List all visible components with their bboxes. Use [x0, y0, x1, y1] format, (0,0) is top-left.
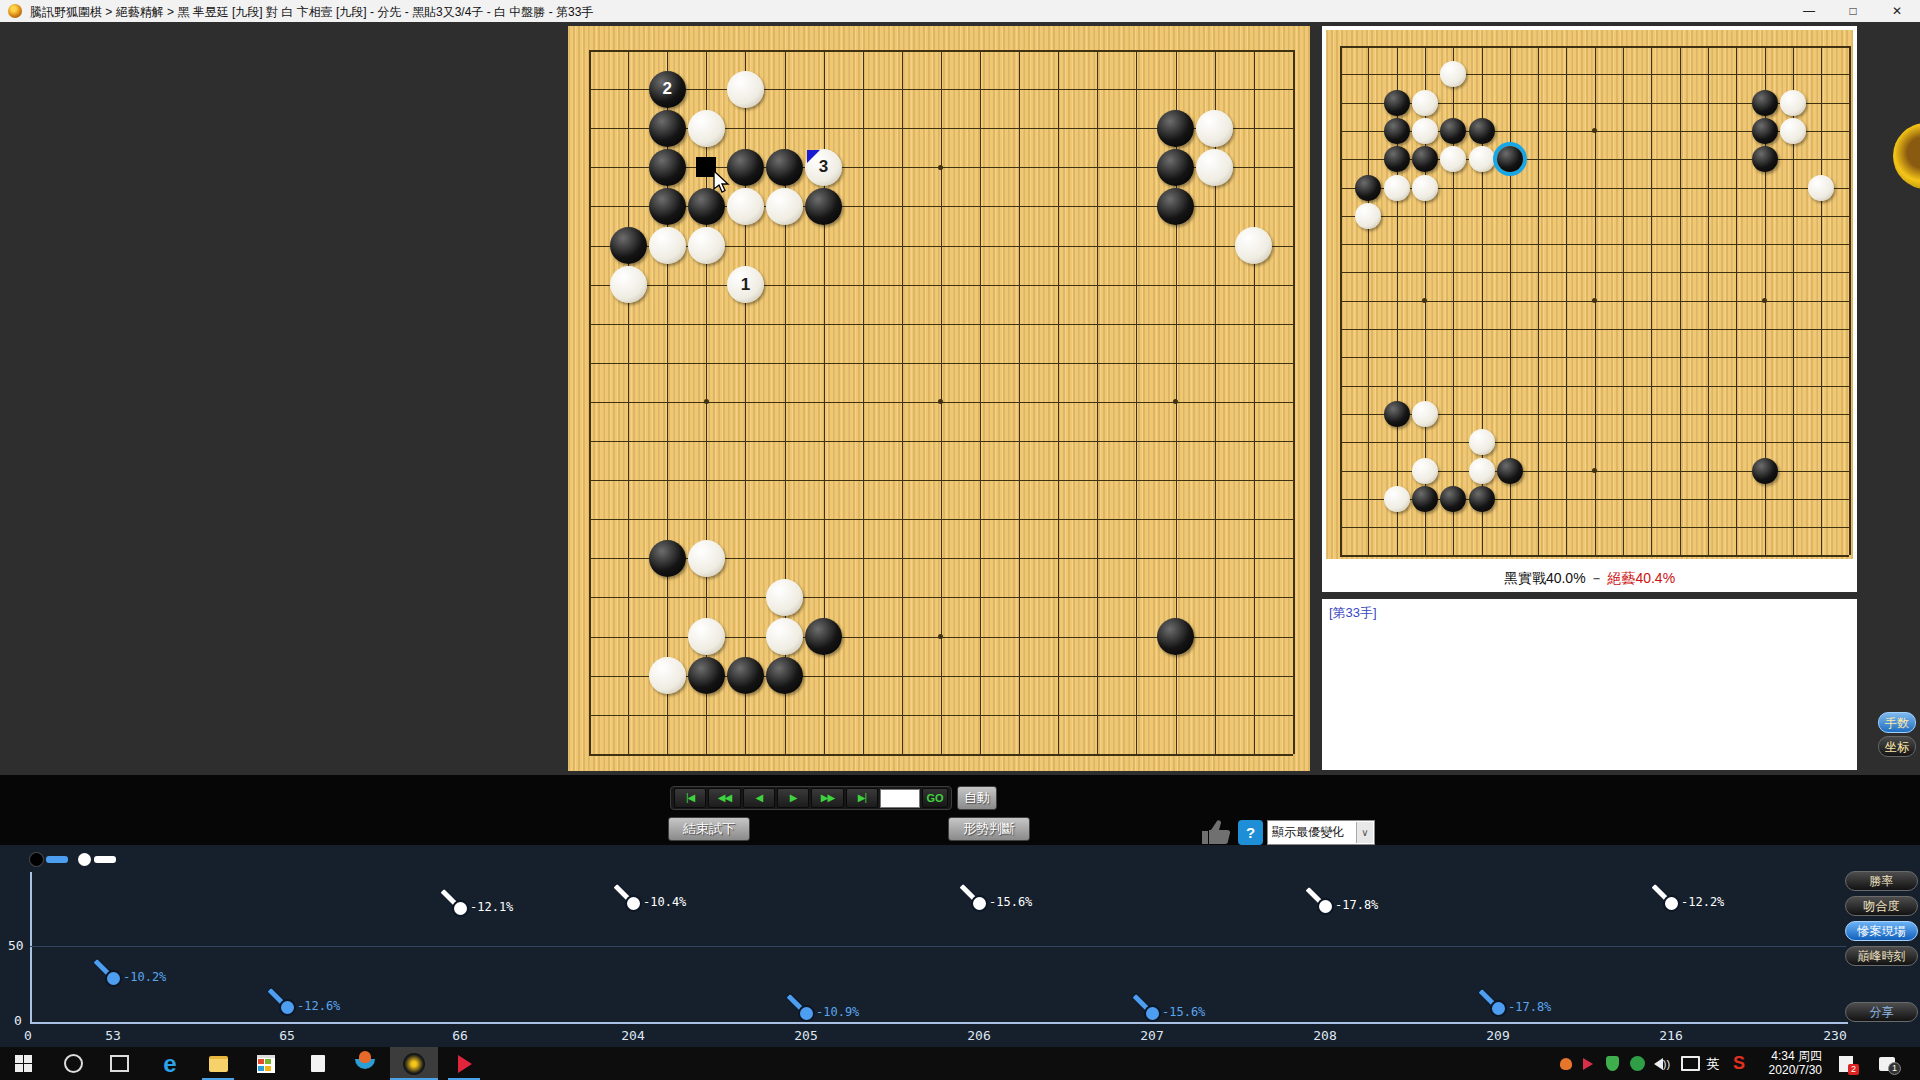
white-stone[interactable]	[1235, 227, 1272, 264]
star-point	[1173, 399, 1178, 404]
grid-line	[1708, 46, 1709, 555]
white-stone[interactable]	[727, 188, 764, 225]
black-stone[interactable]	[1497, 146, 1523, 172]
black-stone[interactable]	[805, 618, 842, 655]
black-stone[interactable]	[649, 540, 686, 577]
pin-label: -10.2%	[123, 970, 166, 984]
winrate-black: 黑實戰40.0%	[1504, 570, 1586, 586]
store-icon[interactable]	[248, 1047, 284, 1080]
star-point	[938, 165, 943, 170]
x-tick-205: 205	[794, 1028, 817, 1043]
x-tick-204: 204	[621, 1028, 644, 1043]
maximize-button[interactable]: □	[1831, 0, 1875, 22]
white-drops-pin-move-208[interactable]	[1317, 898, 1334, 915]
fox-go-app-icon[interactable]	[346, 1047, 384, 1080]
y-tick-0: 0	[14, 1013, 22, 1028]
edge-icon[interactable]: e	[152, 1047, 188, 1080]
graph-tab-巔峰時刻[interactable]: 巔峰時刻	[1845, 946, 1918, 966]
black-drops-pin-move-205[interactable]	[798, 1005, 815, 1022]
tray-video-icon[interactable]	[1578, 1047, 1598, 1080]
black-stone[interactable]	[688, 188, 725, 225]
back-button[interactable]: ◀	[743, 788, 775, 808]
star-point	[1762, 298, 1767, 303]
grid-line	[1097, 50, 1098, 754]
grid-line	[1680, 46, 1681, 555]
black-stone[interactable]	[1469, 486, 1495, 512]
white-stone-move-1[interactable]: 1	[727, 266, 764, 303]
grid-line	[589, 480, 1293, 481]
black-stone[interactable]	[1752, 458, 1778, 484]
grid-line	[1651, 46, 1652, 555]
white-stone[interactable]	[1412, 118, 1438, 144]
graph-tab-吻合度[interactable]: 吻合度	[1845, 896, 1918, 916]
fast-back-button[interactable]: ◀◀	[708, 788, 740, 808]
winrate-readout: 黑實戰40.0% － 絕藝40.4%	[1322, 566, 1857, 592]
pin-label: -12.6%	[297, 999, 340, 1013]
chevron-down-icon: ∨	[1356, 822, 1373, 843]
white-stone[interactable]	[1196, 149, 1233, 186]
end-trial-button[interactable]: 結束試下	[668, 817, 750, 841]
black-drops-pin-move-209[interactable]	[1490, 1000, 1507, 1017]
hand-count-button[interactable]: 手数	[1878, 712, 1916, 733]
star-point	[938, 399, 943, 404]
window-title: 騰訊野狐圍棋 > 絕藝精解 > 黑 芈昱廷 [九段] 對 白 卞相壹 [九段] …	[30, 4, 593, 21]
white-stone-move-3[interactable]: 3	[805, 149, 842, 186]
notes-badge: 2	[1848, 1064, 1859, 1075]
pin-label: -15.6%	[1162, 1005, 1205, 1019]
grid-line	[589, 754, 1293, 756]
variation-dropdown[interactable]: 顯示最優變化 ∨	[1267, 820, 1375, 845]
white-stone[interactable]	[1384, 486, 1410, 512]
move-number: 1	[741, 275, 750, 295]
thumbs-up-icon[interactable]	[1196, 818, 1234, 846]
grid-line	[1058, 50, 1059, 754]
black-stone[interactable]	[1497, 458, 1523, 484]
comment-box: [第33手]	[1322, 599, 1857, 770]
x-tick-216: 216	[1659, 1028, 1682, 1043]
title-bar: 騰訊野狐圍棋 > 絕藝精解 > 黑 芈昱廷 [九段] 對 白 卞相壹 [九段] …	[0, 0, 1920, 23]
star-point	[938, 634, 943, 639]
grid-line	[1254, 50, 1255, 754]
pin-label: -17.8%	[1508, 1000, 1551, 1014]
x-tick-66: 66	[452, 1028, 468, 1043]
help-button[interactable]: ?	[1238, 820, 1263, 845]
taskbar: e ))	[0, 1047, 1920, 1080]
grid-line	[589, 715, 1293, 716]
calculator-icon[interactable]	[300, 1047, 336, 1080]
black-stone[interactable]	[649, 110, 686, 147]
star-point	[1592, 298, 1597, 303]
grid-line	[1019, 50, 1020, 754]
minimize-button[interactable]: —	[1787, 0, 1831, 22]
white-stone[interactable]	[1196, 110, 1233, 147]
grid-line	[589, 441, 1293, 442]
white-stone[interactable]	[1808, 175, 1834, 201]
black-stone[interactable]	[1157, 188, 1194, 225]
pin-label: -15.6%	[989, 895, 1032, 909]
white-stone[interactable]	[610, 266, 647, 303]
start-button[interactable]	[6, 1047, 40, 1080]
last-move-button[interactable]: ▶|	[846, 788, 878, 808]
x-axis	[30, 1022, 1848, 1024]
x-tick-0: 0	[24, 1028, 32, 1043]
black-stone[interactable]	[805, 188, 842, 225]
black-stone[interactable]	[1384, 146, 1410, 172]
black-stone[interactable]	[1157, 110, 1194, 147]
black-stone[interactable]	[766, 149, 803, 186]
clock-date: 2020/7/30	[1769, 1063, 1822, 1077]
grid-line	[1340, 329, 1849, 330]
x-tick-65: 65	[279, 1028, 295, 1043]
analysis-go-board[interactable]	[1326, 30, 1853, 559]
black-stone[interactable]	[1157, 149, 1194, 186]
sogou-icon[interactable]: S	[1727, 1047, 1751, 1080]
close-button[interactable]: ✕	[1875, 0, 1919, 22]
pin-label: -12.2%	[1681, 895, 1724, 909]
pin-label: -10.4%	[643, 895, 686, 909]
x-tick-230: 230	[1823, 1028, 1846, 1043]
network-icon[interactable]	[1678, 1047, 1702, 1080]
y-tick-50: 50	[8, 938, 24, 953]
black-drops-pin-move-207[interactable]	[1144, 1005, 1161, 1022]
star-point	[1422, 298, 1427, 303]
grid-line	[1623, 46, 1624, 555]
grid-line	[1736, 46, 1737, 555]
task-view-icon[interactable]	[102, 1047, 136, 1080]
tray-fox-icon[interactable]	[1556, 1047, 1576, 1080]
x-tick-206: 206	[967, 1028, 990, 1043]
legend-dash-black-player-drop	[46, 856, 68, 863]
pin-label: -10.9%	[816, 1005, 859, 1019]
white-drops-pin-move-206[interactable]	[971, 895, 988, 912]
analysis-panel	[1322, 26, 1857, 592]
white-stone[interactable]	[1412, 401, 1438, 427]
legend-dot-black-player-drop	[30, 853, 43, 866]
black-stone[interactable]	[1384, 90, 1410, 116]
grid-line	[1340, 442, 1849, 443]
x-tick-208: 208	[1313, 1028, 1336, 1043]
notification-badge: 1	[1888, 1062, 1901, 1075]
white-stone[interactable]	[1440, 146, 1466, 172]
white-stone[interactable]	[1469, 146, 1495, 172]
grid-line	[589, 519, 1293, 520]
white-drops-pin-move-204[interactable]	[625, 895, 642, 912]
white-stone[interactable]	[1469, 458, 1495, 484]
grid-line	[1293, 50, 1295, 754]
white-stone[interactable]	[688, 618, 725, 655]
fast-forward-button[interactable]: ▶▶	[811, 788, 843, 808]
white-stone[interactable]	[1412, 458, 1438, 484]
x-tick-53: 53	[105, 1028, 121, 1043]
black-stone[interactable]	[1157, 618, 1194, 655]
move-number-input[interactable]	[880, 789, 920, 808]
white-stone[interactable]	[1469, 429, 1495, 455]
black-stone[interactable]	[727, 149, 764, 186]
white-stone[interactable]	[1440, 61, 1466, 87]
graph-tab-勝率[interactable]: 勝率	[1845, 871, 1918, 891]
hover-placement-square	[696, 157, 716, 177]
grid-line	[1821, 46, 1822, 555]
white-stone[interactable]	[688, 540, 725, 577]
coordinates-button[interactable]: 坐标	[1878, 736, 1916, 757]
move-number: 3	[819, 157, 828, 177]
winrate-graph: 5000536566204205206207208209216230-10.2%…	[0, 845, 1920, 1047]
white-stone[interactable]	[688, 227, 725, 264]
black-stone[interactable]	[610, 227, 647, 264]
tray-game-icon[interactable]	[1626, 1047, 1648, 1080]
black-stone[interactable]	[1384, 118, 1410, 144]
black-stone[interactable]	[1355, 175, 1381, 201]
fifty-percent-line	[30, 946, 1846, 947]
white-stone[interactable]	[766, 579, 803, 616]
black-stone[interactable]	[649, 149, 686, 186]
grid-line	[1136, 50, 1137, 754]
taskbar-clock[interactable]: 4:34 周四 2020/7/30	[1769, 1049, 1822, 1077]
position-judge-button[interactable]: 形勢判斷	[948, 817, 1030, 841]
grid-line	[1340, 527, 1849, 528]
white-stone[interactable]	[1384, 175, 1410, 201]
black-stone[interactable]	[1440, 486, 1466, 512]
white-drops-pin-move-216[interactable]	[1663, 895, 1680, 912]
white-stone[interactable]	[1355, 203, 1381, 229]
tray-shield-icon[interactable]	[1601, 1047, 1623, 1080]
black-stone[interactable]	[1412, 486, 1438, 512]
move-comment: [第33手]	[1329, 604, 1377, 622]
x-tick-209: 209	[1486, 1028, 1509, 1043]
legend-dash-white-player-drop	[94, 856, 116, 863]
x-tick-207: 207	[1140, 1028, 1163, 1043]
black-stone[interactable]	[1384, 401, 1410, 427]
grid-line	[980, 50, 981, 754]
star-point	[1592, 128, 1597, 133]
white-stone[interactable]	[1412, 175, 1438, 201]
volume-icon[interactable]: ))	[1650, 1047, 1674, 1080]
active-analysis-app[interactable]	[390, 1047, 438, 1080]
file-explorer-icon[interactable]	[200, 1047, 236, 1080]
play-button[interactable]: ▶	[777, 788, 809, 808]
variation-triangle-marker	[807, 150, 820, 163]
go-button[interactable]: GO	[922, 788, 948, 808]
black-drops-pin-move-53[interactable]	[105, 970, 122, 987]
legend-dot-white-player-drop	[78, 853, 91, 866]
white-stone[interactable]	[1780, 90, 1806, 116]
black-stone[interactable]	[727, 657, 764, 694]
winrate-ai: 絕藝40.4%	[1607, 570, 1675, 586]
star-point	[1592, 468, 1597, 473]
star-point	[704, 399, 709, 404]
black-stone[interactable]	[1469, 118, 1495, 144]
grid-line	[589, 597, 1293, 598]
graph-tab-分享[interactable]: 分享	[1845, 1002, 1918, 1022]
white-stone[interactable]	[766, 188, 803, 225]
white-stone[interactable]	[1412, 90, 1438, 116]
dropdown-value: 顯示最優變化	[1268, 824, 1356, 841]
cortana-icon[interactable]	[56, 1047, 90, 1080]
white-drops-pin-move-66[interactable]	[452, 900, 469, 917]
black-stone[interactable]	[649, 188, 686, 225]
black-stone-move-2[interactable]: 2	[649, 71, 686, 108]
black-stone[interactable]	[1752, 90, 1778, 116]
grid-line	[1340, 357, 1849, 358]
main-go-board[interactable]: 231	[568, 26, 1310, 771]
white-stone[interactable]	[727, 71, 764, 108]
white-stone[interactable]	[1780, 118, 1806, 144]
graph-tab-慘案現場[interactable]: 慘案現場	[1845, 921, 1918, 941]
grid-line	[1849, 46, 1851, 555]
first-move-button[interactable]: |◀	[674, 788, 706, 808]
move-number: 2	[662, 79, 671, 99]
language-indicator[interactable]: 英	[1702, 1047, 1724, 1080]
playback-bar: |◀ ◀◀ ◀ ▶ ▶▶ ▶| GO	[670, 786, 952, 810]
y-axis	[30, 872, 32, 1022]
black-stone[interactable]	[1752, 146, 1778, 172]
notes-tray-icon[interactable]: 2	[1833, 1047, 1859, 1080]
white-stone[interactable]	[766, 618, 803, 655]
grid-line	[1340, 386, 1849, 387]
notification-center-icon[interactable]: 1	[1872, 1047, 1902, 1080]
screen: 騰訊野狐圍棋 > 絕藝精解 > 黑 芈昱廷 [九段] 對 白 卞相壹 [九段] …	[0, 0, 1920, 1080]
pin-label: -12.1%	[470, 900, 513, 914]
video-app-icon[interactable]	[446, 1047, 484, 1080]
black-drops-pin-move-65[interactable]	[279, 999, 296, 1016]
white-stone[interactable]	[649, 657, 686, 694]
black-stone[interactable]	[1412, 146, 1438, 172]
white-stone[interactable]	[688, 110, 725, 147]
pin-label: -17.8%	[1335, 898, 1378, 912]
clock-time: 4:34 周四	[1769, 1049, 1822, 1063]
black-stone[interactable]	[688, 657, 725, 694]
app-icon	[8, 4, 22, 18]
grid-line	[1340, 555, 1849, 557]
black-stone[interactable]	[1440, 118, 1466, 144]
auto-play-button[interactable]: 自動	[957, 786, 997, 810]
black-stone[interactable]	[766, 657, 803, 694]
black-stone[interactable]	[1752, 118, 1778, 144]
white-stone[interactable]	[649, 227, 686, 264]
